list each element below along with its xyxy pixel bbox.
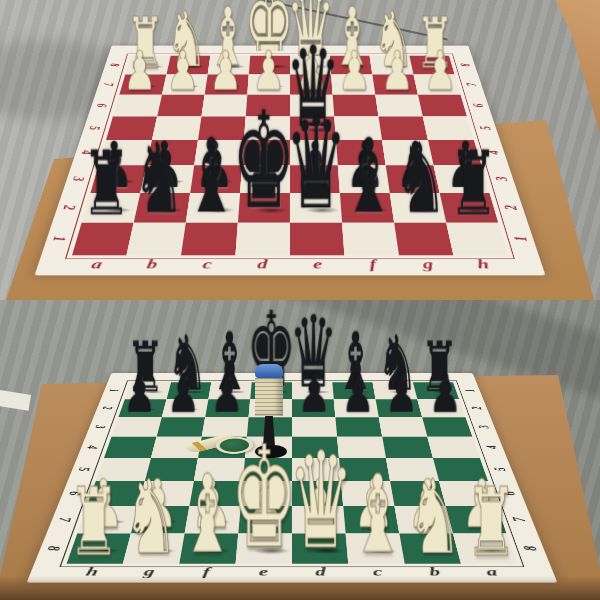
white-knight: ♞ [123, 534, 185, 564]
red-chess-board: abcdefgh8877665544332211♜♞♝♚♛♝♞♜♟♟♟♟♟♟♟♟… [34, 46, 545, 276]
piece-glyph: ♞ [133, 131, 185, 228]
square-b6 [157, 95, 204, 117]
file-label-g: g [399, 258, 457, 271]
white-pawn: ♟ [162, 75, 208, 95]
square-f1 [342, 223, 399, 256]
piece-glyph: ♛ [287, 435, 353, 569]
two-chessboard-product-photo: abcdefgh8877665544332211♜♞♝♚♛♝♞♜♟♟♟♟♟♟♟♟… [0, 0, 600, 600]
piece-glyph: ♟ [210, 366, 243, 420]
piece-glyph: ♞ [395, 131, 447, 228]
square-h4 [104, 437, 157, 458]
white-pawn: ♟ [372, 75, 418, 95]
black-rook: ♜ [82, 193, 141, 223]
file-label-e: e [290, 258, 346, 271]
piece-glyph: ♟ [341, 366, 374, 420]
tube-blue-cap [255, 364, 283, 378]
square-g6 [375, 95, 422, 117]
black-pawn: ♟ [205, 399, 250, 417]
piece-glyph: ♟ [428, 366, 461, 420]
black-knight: ♞ [390, 193, 447, 223]
black-pawn: ♟ [162, 399, 209, 417]
piece-glyph: ♝ [179, 460, 234, 568]
photo-red-board-panel: abcdefgh8877665544332211♜♞♝♚♛♝♞♜♟♟♟♟♟♟♟♟… [0, 0, 600, 300]
white-rook: ♜ [453, 534, 517, 564]
rank-label-right-3: 3 [461, 423, 508, 431]
square-e1 [290, 223, 345, 256]
black-pawn: ♟ [292, 399, 335, 417]
file-label-d: d [234, 258, 290, 271]
white-pawn: ♟ [414, 75, 461, 95]
piece-glyph: ♜ [82, 139, 131, 228]
white-bishop: ♝ [346, 534, 405, 564]
square-a4 [427, 437, 480, 458]
black-pawn: ♟ [417, 399, 465, 417]
piece-glyph: ♟ [384, 366, 417, 420]
piece-glyph: ♟ [166, 44, 199, 98]
rank-label-left-1: 1 [30, 232, 88, 246]
white-king: ♚ [236, 534, 292, 564]
piece-glyph: ♜ [465, 474, 517, 568]
file-label-a: a [68, 258, 126, 271]
fallen-piece-gold-band [191, 441, 206, 451]
file-label-c: c [179, 258, 236, 271]
green-chess-board: hgfedcba1122334455667788♜♞♝♚♛♝♞♜♟♟♟♟♟♟♟♟… [27, 373, 558, 582]
cardboard-shadow-edge [0, 576, 600, 600]
piece-glyph: ♟ [423, 44, 456, 98]
piece-glyph: ♟ [123, 44, 156, 98]
white-pawn: ♟ [119, 75, 166, 95]
white-queen: ♛ [292, 534, 348, 564]
black-knight: ♞ [134, 193, 191, 223]
piece-glyph: ♝ [185, 125, 237, 227]
black-king: ♚ [238, 193, 290, 223]
square-g1 [394, 223, 453, 256]
piece-glyph: ♟ [381, 44, 414, 98]
black-queen: ♛ [290, 193, 342, 223]
piece-glyph: ♞ [122, 466, 177, 569]
square-b1 [126, 223, 185, 256]
piece-glyph: ♜ [67, 474, 119, 568]
piece-glyph: ♟ [123, 366, 156, 420]
black-pawn: ♟ [334, 399, 379, 417]
square-g3 [157, 417, 206, 437]
black-rook: ♜ [440, 193, 499, 223]
rank-label-right-6: 6 [455, 101, 501, 110]
piece-glyph: ♜ [449, 139, 498, 228]
black-pawn: ♟ [118, 399, 166, 417]
tube-paper-label [255, 378, 283, 416]
file-label-b: b [123, 258, 181, 271]
piece-glyph: ♟ [166, 366, 199, 420]
rank-label-left-6: 6 [79, 101, 125, 110]
square-c1 [181, 223, 238, 256]
rank-label-left-3: 3 [76, 423, 123, 431]
piece-glyph: ♟ [297, 366, 330, 420]
square-b3 [379, 417, 428, 437]
black-pawn: ♟ [376, 399, 423, 417]
rank-label-right-1: 1 [492, 232, 550, 246]
piece-glyph: ♛ [285, 101, 347, 228]
piece-glyph: ♝ [343, 125, 395, 227]
piece-glyph: ♞ [406, 466, 461, 569]
square-d1 [235, 223, 290, 256]
piece-glyph: ♝ [349, 460, 404, 568]
file-label-f: f [345, 258, 402, 271]
black-bishop: ♝ [340, 193, 394, 223]
photo-green-board-panel: hgfedcba1122334455667788♜♞♝♚♛♝♞♜♟♟♟♟♟♟♟♟… [0, 300, 600, 600]
white-rook: ♜ [67, 534, 131, 564]
rank-label-left-4: 4 [67, 443, 117, 452]
file-label-h: h [454, 258, 512, 271]
white-knight: ♞ [399, 534, 461, 564]
